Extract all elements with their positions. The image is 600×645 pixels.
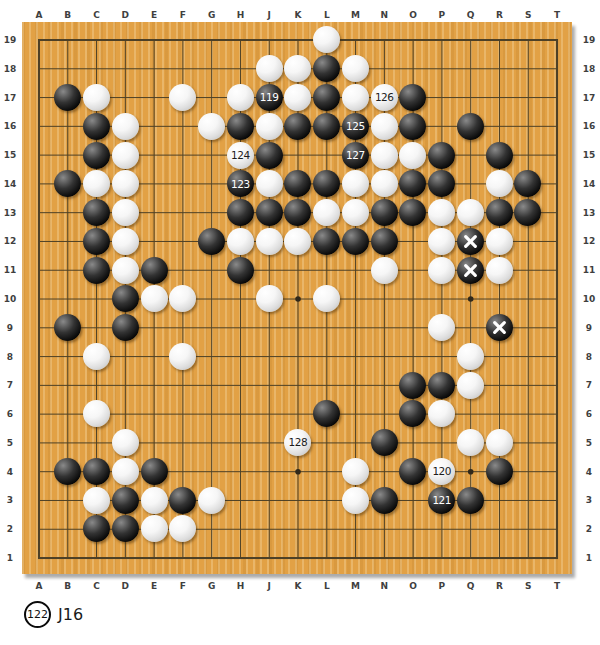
stone-Q5 [457,429,484,456]
row-label-left-12: 12 [0,235,20,247]
stone-Q13 [457,199,484,226]
stone-N15 [371,142,398,169]
stone-C13 [83,199,110,226]
caption: 122 J16 [24,601,83,628]
stone-C12 [83,228,110,255]
stone-P13 [428,199,455,226]
stone-R14 [486,170,513,197]
stone-N5 [371,429,398,456]
stone-Q11 [457,257,484,284]
col-label-bottom-E: E [144,580,164,592]
stone-C2 [83,515,110,542]
stone-J14 [256,170,283,197]
col-label-bottom-T: T [547,580,567,592]
move-number-label: 121 [432,495,451,506]
row-label-left-17: 17 [0,92,20,104]
stone-M3 [342,487,369,514]
row-label-left-11: 11 [0,264,20,276]
stone-D3 [112,487,139,514]
stone-R12 [486,228,513,255]
col-label-bottom-D: D [115,580,135,592]
col-label-top-G: G [202,9,222,21]
stone-P15 [428,142,455,169]
col-label-bottom-L: L [317,580,337,592]
col-label-top-N: N [374,9,394,21]
row-label-right-18: 18 [578,63,600,75]
stone-R9 [486,314,513,341]
stone-M4 [342,458,369,485]
stone-H15: 124 [227,142,254,169]
move-number-label: 124 [231,150,250,161]
stone-M16: 125 [342,113,369,140]
stone-Q16 [457,113,484,140]
stone-F2 [169,515,196,542]
stone-N16 [371,113,398,140]
col-label-bottom-F: F [173,580,193,592]
stone-R4 [486,458,513,485]
col-label-top-R: R [489,9,509,21]
stone-M14 [342,170,369,197]
row-label-right-19: 19 [578,34,600,46]
stone-M15: 127 [342,142,369,169]
stone-B14 [54,170,81,197]
move-number-label: 126 [375,92,394,103]
stone-L10 [313,285,340,312]
stone-R15 [486,142,513,169]
row-label-right-10: 10 [578,293,600,305]
stone-J18 [256,55,283,82]
row-label-right-5: 5 [578,437,600,449]
row-label-right-16: 16 [578,120,600,132]
stone-Q12 [457,228,484,255]
stone-N11 [371,257,398,284]
stone-K16 [284,113,311,140]
stone-L6 [313,400,340,427]
stone-F3 [169,487,196,514]
row-label-right-6: 6 [578,408,600,420]
col-label-top-P: P [432,9,452,21]
stone-L17 [313,84,340,111]
stone-S14 [514,170,541,197]
row-label-right-14: 14 [578,178,600,190]
row-label-left-16: 16 [0,120,20,132]
col-label-top-T: T [547,9,567,21]
move-number-label: 128 [289,437,308,448]
row-label-left-10: 10 [0,293,20,305]
stone-O17 [399,84,426,111]
col-label-top-K: K [288,9,308,21]
stone-F10 [169,285,196,312]
stone-J17: 119 [256,84,283,111]
stone-C3 [83,487,110,514]
row-label-left-5: 5 [0,437,20,449]
row-label-right-3: 3 [578,494,600,506]
col-label-top-B: B [58,9,78,21]
stone-N3 [371,487,398,514]
stone-C17 [83,84,110,111]
row-label-left-1: 1 [0,552,20,564]
stone-J10 [256,285,283,312]
stone-O4 [399,458,426,485]
col-label-bottom-P: P [432,580,452,592]
stone-P6 [428,400,455,427]
stone-D4 [112,458,139,485]
row-label-left-14: 14 [0,178,20,190]
stone-L19 [313,26,340,53]
col-label-bottom-O: O [403,580,423,592]
move-number-label: 127 [346,150,365,161]
row-label-right-8: 8 [578,351,600,363]
stone-C4 [83,458,110,485]
col-label-bottom-B: B [58,580,78,592]
stone-R13 [486,199,513,226]
col-label-top-O: O [403,9,423,21]
stone-O6 [399,400,426,427]
row-label-left-8: 8 [0,351,20,363]
row-label-right-17: 17 [578,92,600,104]
col-label-bottom-H: H [230,580,250,592]
stone-K17 [284,84,311,111]
row-label-right-11: 11 [578,264,600,276]
stone-E3 [141,487,168,514]
caption-move-number: 122 [27,608,48,621]
col-label-bottom-M: M [346,580,366,592]
col-label-bottom-R: R [489,580,509,592]
stone-H13 [227,199,254,226]
stone-Q3 [457,487,484,514]
stone-M18 [342,55,369,82]
stone-M17 [342,84,369,111]
row-label-left-18: 18 [0,63,20,75]
stone-P4: 120 [428,458,455,485]
col-label-top-A: A [29,9,49,21]
stone-K5: 128 [284,429,311,456]
stone-G3 [198,487,225,514]
stone-D5 [112,429,139,456]
col-label-bottom-N: N [374,580,394,592]
stone-D10 [112,285,139,312]
stones-layer: 119126125124127123128120121 [25,26,572,544]
col-label-bottom-K: K [288,580,308,592]
caption-move-coord: J16 [58,605,83,624]
row-label-left-2: 2 [0,523,20,535]
stone-K18 [284,55,311,82]
col-label-bottom-J: J [259,580,279,592]
row-label-left-3: 3 [0,494,20,506]
stone-R11 [486,257,513,284]
stone-C15 [83,142,110,169]
stone-L13 [313,199,340,226]
col-label-bottom-C: C [87,580,107,592]
stone-L12 [313,228,340,255]
stone-H14: 123 [227,170,254,197]
go-board: 119126125124127123128120121 [22,22,572,574]
stone-G16 [198,113,225,140]
go-diagram-page: 119126125124127123128120121 AABBCCDDEEFF… [0,0,600,645]
col-label-top-S: S [518,9,538,21]
stone-D15 [112,142,139,169]
row-label-right-4: 4 [578,466,600,478]
col-label-bottom-S: S [518,580,538,592]
stone-F17 [169,84,196,111]
stone-C11 [83,257,110,284]
caption-move-circle: 122 [24,601,51,628]
stone-O7 [399,372,426,399]
stone-M13 [342,199,369,226]
stone-H11 [227,257,254,284]
stone-N13 [371,199,398,226]
stone-J13 [256,199,283,226]
stone-K14 [284,170,311,197]
stone-D14 [112,170,139,197]
row-label-left-9: 9 [0,322,20,334]
x-mark-icon [463,263,478,278]
stone-D16 [112,113,139,140]
stone-D13 [112,199,139,226]
stone-O15 [399,142,426,169]
stone-R5 [486,429,513,456]
col-label-top-J: J [259,9,279,21]
x-mark-icon [492,320,507,335]
stone-J12 [256,228,283,255]
stone-H17 [227,84,254,111]
stone-E2 [141,515,168,542]
stone-C8 [83,343,110,370]
col-label-bottom-Q: Q [461,580,481,592]
stone-N17: 126 [371,84,398,111]
stone-O13 [399,199,426,226]
col-label-top-H: H [230,9,250,21]
x-mark-icon [463,234,478,249]
stone-G12 [198,228,225,255]
col-label-bottom-G: G [202,580,222,592]
col-label-top-M: M [346,9,366,21]
col-label-bottom-A: A [29,580,49,592]
row-label-left-19: 19 [0,34,20,46]
move-number-label: 123 [231,179,250,190]
stone-E11 [141,257,168,284]
stone-E4 [141,458,168,485]
move-number-label: 120 [432,466,451,477]
stone-O14 [399,170,426,197]
move-number-label: 119 [260,92,279,103]
col-label-top-E: E [144,9,164,21]
stone-K12 [284,228,311,255]
row-label-left-4: 4 [0,466,20,478]
stone-D12 [112,228,139,255]
stone-C16 [83,113,110,140]
stone-E10 [141,285,168,312]
row-label-right-12: 12 [578,235,600,247]
col-label-top-C: C [87,9,107,21]
stone-J16 [256,113,283,140]
col-label-top-D: D [115,9,135,21]
move-number-label: 125 [346,121,365,132]
row-label-right-7: 7 [578,379,600,391]
stone-P7 [428,372,455,399]
stone-L14 [313,170,340,197]
stone-S13 [514,199,541,226]
stone-D9 [112,314,139,341]
stone-D11 [112,257,139,284]
stone-N14 [371,170,398,197]
row-label-right-15: 15 [578,149,600,161]
col-label-top-Q: Q [461,9,481,21]
stone-B9 [54,314,81,341]
stone-K13 [284,199,311,226]
stone-B4 [54,458,81,485]
stone-F8 [169,343,196,370]
row-label-right-13: 13 [578,207,600,219]
stone-M12 [342,228,369,255]
row-label-left-7: 7 [0,379,20,391]
stone-J15 [256,142,283,169]
stone-L16 [313,113,340,140]
stone-N12 [371,228,398,255]
row-label-right-9: 9 [578,322,600,334]
stone-C14 [83,170,110,197]
stone-P14 [428,170,455,197]
stone-L18 [313,55,340,82]
stone-P3: 121 [428,487,455,514]
stone-O16 [399,113,426,140]
col-label-top-L: L [317,9,337,21]
stone-P12 [428,228,455,255]
stone-P11 [428,257,455,284]
stone-C6 [83,400,110,427]
stone-H12 [227,228,254,255]
stone-Q8 [457,343,484,370]
row-label-right-2: 2 [578,523,600,535]
stone-D2 [112,515,139,542]
row-label-left-13: 13 [0,207,20,219]
row-label-left-15: 15 [0,149,20,161]
col-label-top-F: F [173,9,193,21]
stone-Q7 [457,372,484,399]
stone-H16 [227,113,254,140]
stone-P9 [428,314,455,341]
row-label-right-1: 1 [578,552,600,564]
stone-B17 [54,84,81,111]
row-label-left-6: 6 [0,408,20,420]
